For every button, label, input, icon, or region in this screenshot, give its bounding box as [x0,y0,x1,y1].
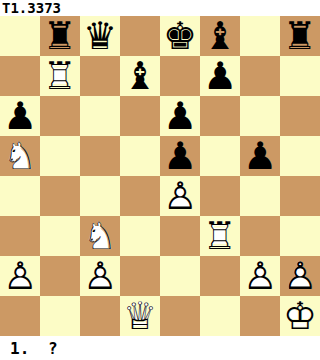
square-e7[interactable] [160,56,200,96]
chess-board: ♜♛♚♝♜♜♖♝♟♟♟♞♘♟♟♟♙♞♘♜♖♟♙♟♙♟♙♟♙♛♕♚♔ [0,16,320,336]
square-e1[interactable] [160,296,200,336]
piece-glyph-outline: ♙ [80,256,120,296]
square-g6[interactable] [240,96,280,136]
piece-glyph: ♜ [40,16,80,56]
piece-bR-b8[interactable]: ♜ [40,16,80,56]
square-e2[interactable] [160,256,200,296]
square-a1[interactable] [0,296,40,336]
square-h2[interactable]: ♟♙ [280,256,320,296]
square-b3[interactable] [40,216,80,256]
square-a7[interactable] [0,56,40,96]
square-b2[interactable] [40,256,80,296]
piece-glyph: ♝ [200,16,240,56]
square-a4[interactable] [0,176,40,216]
piece-glyph: ♛ [80,16,120,56]
piece-wN-c3[interactable]: ♞♘ [80,216,120,256]
piece-bB-d7[interactable]: ♝ [120,56,160,96]
square-h4[interactable] [280,176,320,216]
square-c1[interactable] [80,296,120,336]
square-h5[interactable] [280,136,320,176]
piece-glyph: ♚ [160,16,200,56]
square-h1[interactable]: ♚♔ [280,296,320,336]
piece-glyph: ♟ [240,136,280,176]
piece-glyph-outline: ♙ [240,256,280,296]
piece-glyph: ♟ [160,96,200,136]
square-b4[interactable] [40,176,80,216]
piece-glyph-outline: ♘ [0,136,40,176]
piece-wP-e4[interactable]: ♟♙ [160,176,200,216]
square-f3[interactable]: ♜♖ [200,216,240,256]
piece-glyph: ♟ [160,136,200,176]
square-h7[interactable] [280,56,320,96]
square-a2[interactable]: ♟♙ [0,256,40,296]
piece-glyph: ♟ [0,96,40,136]
piece-glyph-outline: ♔ [280,296,320,336]
square-h8[interactable]: ♜ [280,16,320,56]
square-f6[interactable] [200,96,240,136]
piece-bP-f7[interactable]: ♟ [200,56,240,96]
piece-glyph-outline: ♘ [80,216,120,256]
square-d4[interactable] [120,176,160,216]
piece-wR-f3[interactable]: ♜♖ [200,216,240,256]
piece-bB-f8[interactable]: ♝ [200,16,240,56]
square-b7[interactable]: ♜♖ [40,56,80,96]
piece-glyph-outline: ♖ [40,56,80,96]
piece-bP-a6[interactable]: ♟ [0,96,40,136]
square-d6[interactable] [120,96,160,136]
piece-glyph-outline: ♙ [160,176,200,216]
square-h6[interactable] [280,96,320,136]
square-d3[interactable] [120,216,160,256]
piece-glyph-outline: ♙ [0,256,40,296]
square-e5[interactable]: ♟ [160,136,200,176]
square-h3[interactable] [280,216,320,256]
piece-glyph: ♟ [200,56,240,96]
square-f1[interactable] [200,296,240,336]
piece-bQ-c8[interactable]: ♛ [80,16,120,56]
piece-bK-e8[interactable]: ♚ [160,16,200,56]
piece-wK-h1[interactable]: ♚♔ [280,296,320,336]
piece-bP-e5[interactable]: ♟ [160,136,200,176]
square-f7[interactable]: ♟ [200,56,240,96]
square-b6[interactable] [40,96,80,136]
piece-wR-b7[interactable]: ♜♖ [40,56,80,96]
move-prompt: 1. ? [0,336,320,360]
square-g4[interactable] [240,176,280,216]
square-d2[interactable] [120,256,160,296]
square-f2[interactable] [200,256,240,296]
piece-bP-g5[interactable]: ♟ [240,136,280,176]
piece-glyph: ♝ [120,56,160,96]
square-e8[interactable]: ♚ [160,16,200,56]
square-d1[interactable]: ♛♕ [120,296,160,336]
square-c4[interactable] [80,176,120,216]
square-e4[interactable]: ♟♙ [160,176,200,216]
piece-glyph: ♜ [280,16,320,56]
square-c5[interactable] [80,136,120,176]
piece-wN-a5[interactable]: ♞♘ [0,136,40,176]
piece-wQ-d1[interactable]: ♛♕ [120,296,160,336]
piece-wP-a2[interactable]: ♟♙ [0,256,40,296]
square-f5[interactable] [200,136,240,176]
piece-bP-e6[interactable]: ♟ [160,96,200,136]
square-a8[interactable] [0,16,40,56]
square-b1[interactable] [40,296,80,336]
square-c2[interactable]: ♟♙ [80,256,120,296]
square-a6[interactable]: ♟ [0,96,40,136]
square-g8[interactable] [240,16,280,56]
piece-wP-c2[interactable]: ♟♙ [80,256,120,296]
square-c6[interactable] [80,96,120,136]
piece-glyph-outline: ♕ [120,296,160,336]
square-g2[interactable]: ♟♙ [240,256,280,296]
piece-wP-g2[interactable]: ♟♙ [240,256,280,296]
square-g3[interactable] [240,216,280,256]
square-c3[interactable]: ♞♘ [80,216,120,256]
piece-bR-h8[interactable]: ♜ [280,16,320,56]
piece-wP-h2[interactable]: ♟♙ [280,256,320,296]
square-f4[interactable] [200,176,240,216]
square-e6[interactable]: ♟ [160,96,200,136]
square-a3[interactable] [0,216,40,256]
square-f8[interactable]: ♝ [200,16,240,56]
square-c7[interactable] [80,56,120,96]
square-g1[interactable] [240,296,280,336]
square-g5[interactable]: ♟ [240,136,280,176]
square-d5[interactable] [120,136,160,176]
square-a5[interactable]: ♞♘ [0,136,40,176]
square-d7[interactable]: ♝ [120,56,160,96]
square-g7[interactable] [240,56,280,96]
square-b8[interactable]: ♜ [40,16,80,56]
square-b5[interactable] [40,136,80,176]
piece-glyph-outline: ♖ [200,216,240,256]
piece-glyph-outline: ♙ [280,256,320,296]
square-c8[interactable]: ♛ [80,16,120,56]
square-d8[interactable] [120,16,160,56]
square-e3[interactable] [160,216,200,256]
